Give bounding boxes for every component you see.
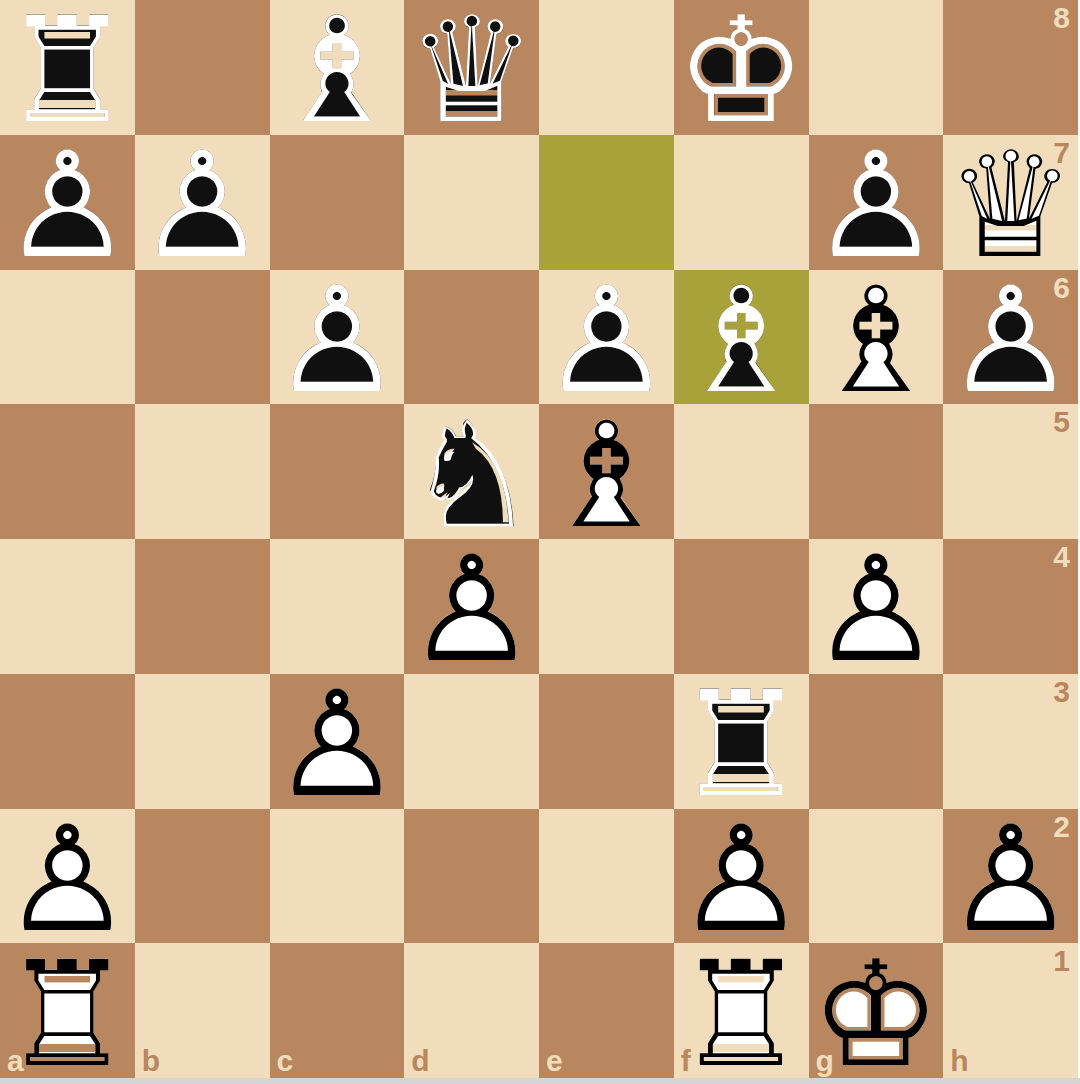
square-c2[interactable] bbox=[270, 809, 405, 944]
piece-white-pawn-a2[interactable]: ♟♙ bbox=[0, 809, 135, 944]
rank-label-4: 4 bbox=[1053, 540, 1070, 573]
square-d1[interactable]: d bbox=[404, 943, 539, 1078]
rank-label-3: 3 bbox=[1053, 675, 1070, 708]
square-h4[interactable]: 4 bbox=[943, 539, 1078, 674]
square-f5[interactable] bbox=[674, 404, 809, 539]
piece-black-king-f8[interactable]: ♚♔ bbox=[674, 0, 809, 135]
square-h1[interactable]: 1h bbox=[943, 943, 1078, 1078]
square-e2[interactable] bbox=[539, 809, 674, 944]
square-f7[interactable] bbox=[674, 135, 809, 270]
square-e8[interactable] bbox=[539, 0, 674, 135]
square-b6[interactable] bbox=[135, 270, 270, 405]
square-d6[interactable] bbox=[404, 270, 539, 405]
file-label-h: h bbox=[950, 1044, 968, 1077]
square-b2[interactable] bbox=[135, 809, 270, 944]
square-d2[interactable] bbox=[404, 809, 539, 944]
piece-black-pawn-b7[interactable]: ♟♙ bbox=[135, 135, 270, 270]
square-a3[interactable] bbox=[0, 674, 135, 809]
piece-white-pawn-g4[interactable]: ♟♙ bbox=[809, 539, 944, 674]
square-h7[interactable]: 7♛♕ bbox=[943, 135, 1078, 270]
square-e4[interactable] bbox=[539, 539, 674, 674]
square-c3[interactable]: ♟♙ bbox=[270, 674, 405, 809]
rank-label-5: 5 bbox=[1053, 405, 1070, 438]
square-g3[interactable] bbox=[809, 674, 944, 809]
rank-label-8: 8 bbox=[1053, 1, 1070, 34]
square-b8[interactable] bbox=[135, 0, 270, 135]
square-b5[interactable] bbox=[135, 404, 270, 539]
square-e1[interactable]: e bbox=[539, 943, 674, 1078]
piece-black-knight-d5[interactable]: ♞♘ bbox=[404, 404, 539, 539]
square-f4[interactable] bbox=[674, 539, 809, 674]
piece-black-pawn-e6[interactable]: ♟♙ bbox=[539, 270, 674, 405]
piece-black-queen-d8[interactable]: ♛♕ bbox=[404, 0, 539, 135]
square-d5[interactable]: ♞♘ bbox=[404, 404, 539, 539]
square-b1[interactable]: b bbox=[135, 943, 270, 1078]
square-a8[interactable]: ♜♖ bbox=[0, 0, 135, 135]
piece-white-king-g1[interactable]: ♚♔ bbox=[809, 943, 944, 1078]
square-c8[interactable]: ♝♗ bbox=[270, 0, 405, 135]
square-a2[interactable]: ♟♙ bbox=[0, 809, 135, 944]
square-d7[interactable] bbox=[404, 135, 539, 270]
square-h3[interactable]: 3 bbox=[943, 674, 1078, 809]
piece-black-bishop-f6[interactable]: ♝♗ bbox=[674, 270, 809, 405]
square-e7[interactable] bbox=[539, 135, 674, 270]
square-c7[interactable] bbox=[270, 135, 405, 270]
square-h6[interactable]: 6♟♙ bbox=[943, 270, 1078, 405]
square-f6[interactable]: ♝♗ bbox=[674, 270, 809, 405]
square-h5[interactable]: 5 bbox=[943, 404, 1078, 539]
chess-board: ♜♖♝♗♛♕♚♔8♟♙♟♙♟♙7♛♕♟♙♟♙♝♗♝♗6♟♙♞♘♝♗5♟♙♟♙4♟… bbox=[0, 0, 1078, 1078]
square-c5[interactable] bbox=[270, 404, 405, 539]
square-a6[interactable] bbox=[0, 270, 135, 405]
chess-app-stage: ♜♖♝♗♛♕♚♔8♟♙♟♙♟♙7♛♕♟♙♟♙♝♗♝♗6♟♙♞♘♝♗5♟♙♟♙4♟… bbox=[0, 0, 1080, 1084]
square-g7[interactable]: ♟♙ bbox=[809, 135, 944, 270]
square-g4[interactable]: ♟♙ bbox=[809, 539, 944, 674]
square-f8[interactable]: ♚♔ bbox=[674, 0, 809, 135]
piece-black-rook-a8[interactable]: ♜♖ bbox=[0, 0, 135, 135]
square-c4[interactable] bbox=[270, 539, 405, 674]
piece-white-pawn-h2[interactable]: ♟♙ bbox=[943, 809, 1078, 944]
square-e3[interactable] bbox=[539, 674, 674, 809]
square-a4[interactable] bbox=[0, 539, 135, 674]
piece-white-pawn-d4[interactable]: ♟♙ bbox=[404, 539, 539, 674]
square-g6[interactable]: ♝♗ bbox=[809, 270, 944, 405]
file-label-b: b bbox=[142, 1044, 160, 1077]
square-h2[interactable]: 2♟♙ bbox=[943, 809, 1078, 944]
square-b3[interactable] bbox=[135, 674, 270, 809]
square-f1[interactable]: f♜♖ bbox=[674, 943, 809, 1078]
piece-white-pawn-f2[interactable]: ♟♙ bbox=[674, 809, 809, 944]
file-label-c: c bbox=[277, 1044, 294, 1077]
piece-white-rook-f1[interactable]: ♜♖ bbox=[674, 943, 809, 1078]
square-f3[interactable]: ♜♖ bbox=[674, 674, 809, 809]
piece-black-rook-f3[interactable]: ♜♖ bbox=[674, 674, 809, 809]
square-e5[interactable]: ♝♗ bbox=[539, 404, 674, 539]
square-h8[interactable]: 8 bbox=[943, 0, 1078, 135]
piece-black-pawn-c6[interactable]: ♟♙ bbox=[270, 270, 405, 405]
file-label-e: e bbox=[546, 1044, 563, 1077]
square-a1[interactable]: a♜♖ bbox=[0, 943, 135, 1078]
rank-label-1: 1 bbox=[1053, 944, 1070, 977]
piece-black-pawn-h6[interactable]: ♟♙ bbox=[943, 270, 1078, 405]
square-d4[interactable]: ♟♙ bbox=[404, 539, 539, 674]
square-e6[interactable]: ♟♙ bbox=[539, 270, 674, 405]
square-a7[interactable]: ♟♙ bbox=[0, 135, 135, 270]
piece-white-bishop-g6[interactable]: ♝♗ bbox=[809, 270, 944, 405]
square-d3[interactable] bbox=[404, 674, 539, 809]
piece-white-pawn-c3[interactable]: ♟♙ bbox=[270, 674, 405, 809]
square-b7[interactable]: ♟♙ bbox=[135, 135, 270, 270]
square-g1[interactable]: g♚♔ bbox=[809, 943, 944, 1078]
piece-black-pawn-a7[interactable]: ♟♙ bbox=[0, 135, 135, 270]
square-c1[interactable]: c bbox=[270, 943, 405, 1078]
piece-black-pawn-g7[interactable]: ♟♙ bbox=[809, 135, 944, 270]
square-g2[interactable] bbox=[809, 809, 944, 944]
square-f2[interactable]: ♟♙ bbox=[674, 809, 809, 944]
piece-black-bishop-c8[interactable]: ♝♗ bbox=[270, 0, 405, 135]
square-g5[interactable] bbox=[809, 404, 944, 539]
square-a5[interactable] bbox=[0, 404, 135, 539]
square-b4[interactable] bbox=[135, 539, 270, 674]
square-c6[interactable]: ♟♙ bbox=[270, 270, 405, 405]
square-g8[interactable] bbox=[809, 0, 944, 135]
file-label-d: d bbox=[411, 1044, 429, 1077]
piece-white-rook-a1[interactable]: ♜♖ bbox=[0, 943, 135, 1078]
piece-white-bishop-e5[interactable]: ♝♗ bbox=[539, 404, 674, 539]
piece-white-queen-h7[interactable]: ♛♕ bbox=[943, 135, 1078, 270]
square-d8[interactable]: ♛♕ bbox=[404, 0, 539, 135]
page-edge-strip bbox=[0, 1078, 1080, 1084]
